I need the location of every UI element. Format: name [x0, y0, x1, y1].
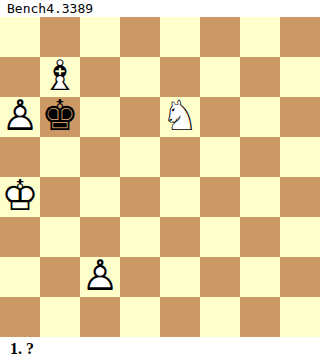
square-g1[interactable]	[240, 297, 280, 337]
white-knight: ♘	[160, 97, 200, 137]
square-a1[interactable]	[0, 297, 40, 337]
square-h1[interactable]	[280, 297, 320, 337]
square-a2[interactable]	[0, 257, 40, 297]
square-c2[interactable]: ♟♙	[80, 257, 120, 297]
white-king: ♔	[0, 177, 40, 217]
square-a8[interactable]	[0, 17, 40, 57]
square-e5[interactable]	[160, 137, 200, 177]
square-h4[interactable]	[280, 177, 320, 217]
square-d3[interactable]	[120, 217, 160, 257]
square-d7[interactable]	[120, 57, 160, 97]
square-g4[interactable]	[240, 177, 280, 217]
square-h7[interactable]	[280, 57, 320, 97]
square-f7[interactable]	[200, 57, 240, 97]
square-c8[interactable]	[80, 17, 120, 57]
square-d2[interactable]	[120, 257, 160, 297]
white-pawn: ♙	[0, 97, 40, 137]
square-e2[interactable]	[160, 257, 200, 297]
square-a6[interactable]: ♟♙	[0, 97, 40, 137]
square-h5[interactable]	[280, 137, 320, 177]
position-title: Bench4.3389	[0, 0, 320, 17]
square-h6[interactable]	[280, 97, 320, 137]
square-f2[interactable]	[200, 257, 240, 297]
square-f4[interactable]	[200, 177, 240, 217]
square-g8[interactable]	[240, 17, 280, 57]
square-b1[interactable]	[40, 297, 80, 337]
chess-app-window: { "game": "chess", "position": "8/1B6/Pk…	[0, 0, 320, 360]
square-c6[interactable]	[80, 97, 120, 137]
square-h2[interactable]	[280, 257, 320, 297]
square-c1[interactable]	[80, 297, 120, 337]
square-c7[interactable]	[80, 57, 120, 97]
square-f8[interactable]	[200, 17, 240, 57]
square-d1[interactable]	[120, 297, 160, 337]
square-g6[interactable]	[240, 97, 280, 137]
square-b3[interactable]	[40, 217, 80, 257]
square-e3[interactable]	[160, 217, 200, 257]
square-d4[interactable]	[120, 177, 160, 217]
square-g2[interactable]	[240, 257, 280, 297]
square-c4[interactable]	[80, 177, 120, 217]
square-f5[interactable]	[200, 137, 240, 177]
square-f6[interactable]	[200, 97, 240, 137]
square-e8[interactable]	[160, 17, 200, 57]
square-a4[interactable]: ♚♔	[0, 177, 40, 217]
square-d6[interactable]	[120, 97, 160, 137]
square-f3[interactable]	[200, 217, 240, 257]
square-f1[interactable]	[200, 297, 240, 337]
square-h3[interactable]	[280, 217, 320, 257]
chess-board: ♝♗♟♙♚♞♘♚♔♟♙	[0, 17, 320, 337]
square-h8[interactable]	[280, 17, 320, 57]
square-g7[interactable]	[240, 57, 280, 97]
square-e1[interactable]	[160, 297, 200, 337]
square-b2[interactable]	[40, 257, 80, 297]
square-c5[interactable]	[80, 137, 120, 177]
square-b4[interactable]	[40, 177, 80, 217]
square-e4[interactable]	[160, 177, 200, 217]
square-g3[interactable]	[240, 217, 280, 257]
square-e6[interactable]: ♞♘	[160, 97, 200, 137]
square-d8[interactable]	[120, 17, 160, 57]
square-b5[interactable]	[40, 137, 80, 177]
square-a3[interactable]	[0, 217, 40, 257]
square-b6[interactable]: ♚	[40, 97, 80, 137]
move-prompt: 1. ?	[0, 337, 320, 360]
white-pawn: ♙	[80, 257, 120, 297]
square-g5[interactable]	[240, 137, 280, 177]
square-d5[interactable]	[120, 137, 160, 177]
black-king: ♚	[40, 97, 80, 137]
